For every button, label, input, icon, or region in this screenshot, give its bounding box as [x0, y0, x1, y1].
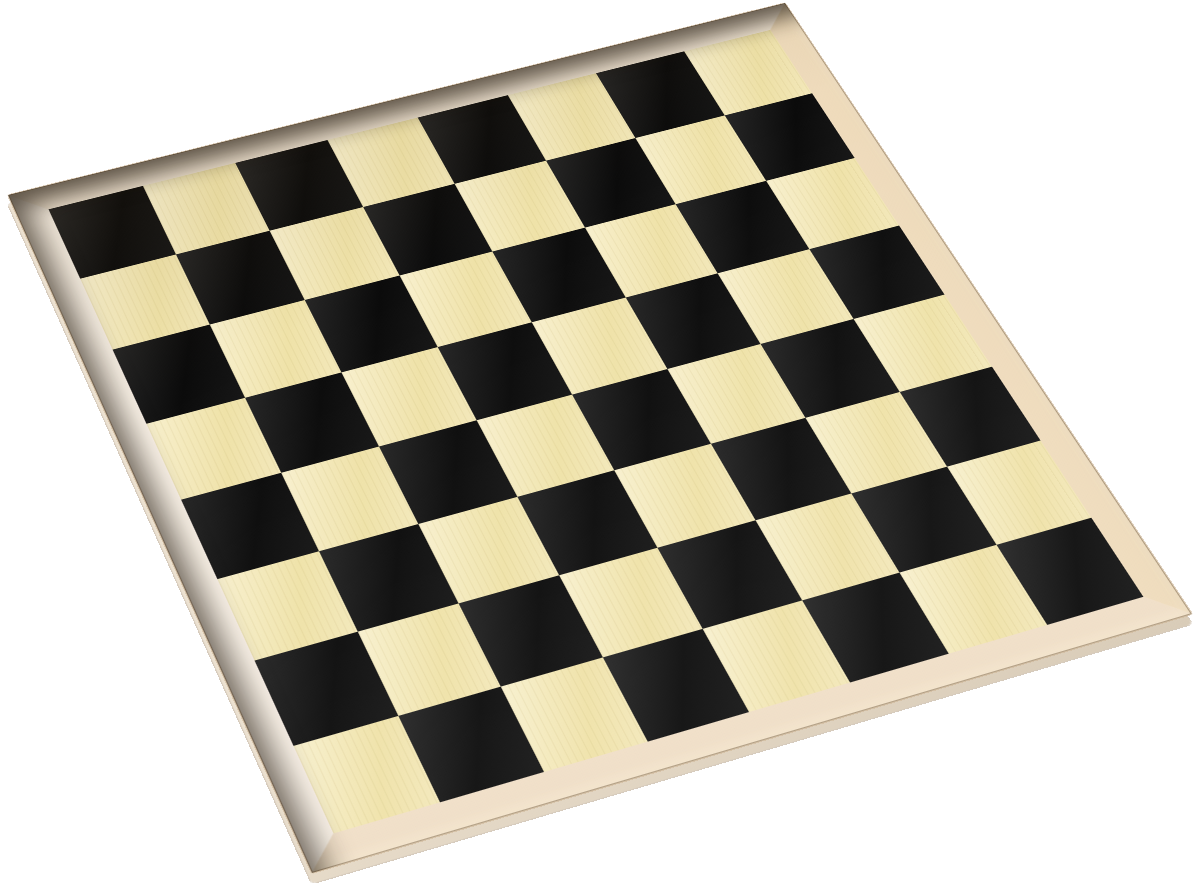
product-photo-stage — [0, 0, 1200, 883]
game-board — [8, 3, 1192, 873]
board-grid — [49, 30, 1144, 834]
